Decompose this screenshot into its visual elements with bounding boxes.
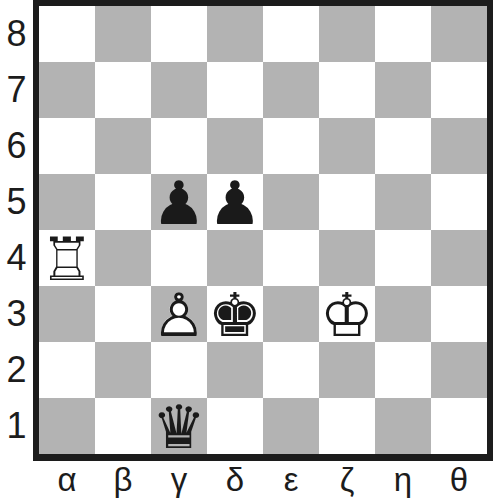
file-label-e: ε <box>263 462 319 498</box>
square-β7[interactable] <box>95 62 151 118</box>
square-α7[interactable] <box>39 62 95 118</box>
rank-label-6: 6 <box>0 118 33 174</box>
square-η7[interactable] <box>375 62 431 118</box>
square-θ8[interactable] <box>431 6 487 62</box>
square-ε7[interactable] <box>263 62 319 118</box>
square-β1[interactable] <box>95 398 151 454</box>
square-θ6[interactable] <box>431 118 487 174</box>
square-η6[interactable] <box>375 118 431 174</box>
square-β5[interactable] <box>95 174 151 230</box>
square-δ7[interactable] <box>207 62 263 118</box>
square-θ4[interactable] <box>431 230 487 286</box>
square-β4[interactable] <box>95 230 151 286</box>
square-η4[interactable] <box>375 230 431 286</box>
square-θ3[interactable] <box>431 286 487 342</box>
board-frame: ♟♟♜♖♟♙♚♚♔♛ <box>33 0 493 461</box>
square-η5[interactable] <box>375 174 431 230</box>
square-δ2[interactable] <box>207 342 263 398</box>
square-α5[interactable] <box>39 174 95 230</box>
square-ζ1[interactable] <box>319 398 375 454</box>
square-ε4[interactable] <box>263 230 319 286</box>
white-pawn-fill: ♟ <box>151 287 207 343</box>
rank-label-7: 7 <box>0 62 33 118</box>
square-α3[interactable] <box>39 286 95 342</box>
square-η2[interactable] <box>375 342 431 398</box>
square-δ6[interactable] <box>207 118 263 174</box>
square-θ7[interactable] <box>431 62 487 118</box>
square-α1[interactable] <box>39 398 95 454</box>
file-label-d: δ <box>207 462 263 498</box>
square-η1[interactable] <box>375 398 431 454</box>
white-king-icon: ♔ <box>319 287 375 343</box>
square-δ3[interactable]: ♚ <box>207 286 263 342</box>
chess-diagram: 87654321 ♟♟♜♖♟♙♚♚♔♛ αβγδεζηθ <box>0 0 500 500</box>
square-α2[interactable] <box>39 342 95 398</box>
file-labels: αβγδεζηθ <box>39 462 487 498</box>
square-δ4[interactable] <box>207 230 263 286</box>
square-θ5[interactable] <box>431 174 487 230</box>
square-γ1[interactable]: ♛ <box>151 398 207 454</box>
rank-label-4: 4 <box>0 230 33 286</box>
square-β3[interactable] <box>95 286 151 342</box>
black-pawn-icon: ♟ <box>207 175 263 231</box>
square-ε6[interactable] <box>263 118 319 174</box>
square-γ6[interactable] <box>151 118 207 174</box>
chess-board: ♟♟♜♖♟♙♚♚♔♛ <box>39 6 487 454</box>
square-β2[interactable] <box>95 342 151 398</box>
square-ε8[interactable] <box>263 6 319 62</box>
square-ε2[interactable] <box>263 342 319 398</box>
square-ε3[interactable] <box>263 286 319 342</box>
file-label-a: α <box>39 462 95 498</box>
square-γ4[interactable] <box>151 230 207 286</box>
square-δ1[interactable] <box>207 398 263 454</box>
square-ε5[interactable] <box>263 174 319 230</box>
square-δ5[interactable]: ♟ <box>207 174 263 230</box>
white-king-fill: ♚ <box>319 287 375 343</box>
square-γ8[interactable] <box>151 6 207 62</box>
square-ζ4[interactable] <box>319 230 375 286</box>
file-label-f: ζ <box>319 462 375 498</box>
white-rook-fill: ♜ <box>39 231 95 287</box>
rank-label-5: 5 <box>0 174 33 230</box>
file-label-g: η <box>375 462 431 498</box>
rank-label-2: 2 <box>0 342 33 398</box>
square-γ3[interactable]: ♟♙ <box>151 286 207 342</box>
square-β6[interactable] <box>95 118 151 174</box>
square-δ8[interactable] <box>207 6 263 62</box>
black-queen-icon: ♛ <box>151 399 207 455</box>
square-ε1[interactable] <box>263 398 319 454</box>
rank-label-1: 1 <box>0 398 33 454</box>
square-γ2[interactable] <box>151 342 207 398</box>
black-king-icon: ♚ <box>207 287 263 343</box>
file-label-c: γ <box>151 462 207 498</box>
rank-label-3: 3 <box>0 286 33 342</box>
file-label-h: θ <box>431 462 487 498</box>
square-ζ6[interactable] <box>319 118 375 174</box>
square-α6[interactable] <box>39 118 95 174</box>
square-θ2[interactable] <box>431 342 487 398</box>
square-γ5[interactable]: ♟ <box>151 174 207 230</box>
square-η8[interactable] <box>375 6 431 62</box>
square-α8[interactable] <box>39 6 95 62</box>
white-rook-icon: ♖ <box>39 231 95 287</box>
square-ζ7[interactable] <box>319 62 375 118</box>
square-ζ8[interactable] <box>319 6 375 62</box>
square-ζ5[interactable] <box>319 174 375 230</box>
square-α4[interactable]: ♜♖ <box>39 230 95 286</box>
square-ζ2[interactable] <box>319 342 375 398</box>
black-pawn-icon: ♟ <box>151 175 207 231</box>
square-θ1[interactable] <box>431 398 487 454</box>
white-pawn-icon: ♙ <box>151 287 207 343</box>
square-β8[interactable] <box>95 6 151 62</box>
square-η3[interactable] <box>375 286 431 342</box>
square-γ7[interactable] <box>151 62 207 118</box>
square-ζ3[interactable]: ♚♔ <box>319 286 375 342</box>
rank-label-8: 8 <box>0 6 33 62</box>
file-label-b: β <box>95 462 151 498</box>
